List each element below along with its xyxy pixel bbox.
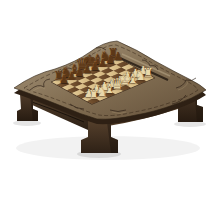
chess-box-photo: ♜♞♝♚♛♝♞♜♟♟♟♟♟♟♟♟♟♟♟♟♟♟♟♟♜♞♝♚♛♝♞♜ [0,0,220,200]
piece-white-rook-a1: ♜ [88,89,99,101]
carved-wooden-box [0,0,220,200]
piece-black-pawn-a7: ♟ [59,74,69,85]
